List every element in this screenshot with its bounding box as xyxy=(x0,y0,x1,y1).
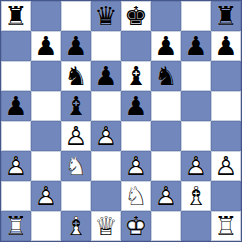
piece-outline: ♖ xyxy=(1,211,31,241)
white-pawn[interactable]: ♟♙ xyxy=(61,121,91,151)
piece-outline: ♗ xyxy=(181,181,211,211)
piece-outline: ♕ xyxy=(91,211,121,241)
white-knight[interactable]: ♞♘ xyxy=(121,181,151,211)
square-b1[interactable] xyxy=(31,211,61,241)
square-a3[interactable]: ♟♙ xyxy=(1,151,31,181)
piece-outline: ♙ xyxy=(61,121,91,151)
square-h3[interactable]: ♟♙ xyxy=(211,151,241,181)
piece-outline: ♙ xyxy=(181,151,211,181)
square-h8[interactable]: ♜ xyxy=(211,1,241,31)
square-f8[interactable] xyxy=(151,1,181,31)
square-b4[interactable] xyxy=(31,121,61,151)
white-knight[interactable]: ♞♘ xyxy=(61,151,91,181)
piece-outline: ♙ xyxy=(91,121,121,151)
square-f3[interactable] xyxy=(151,151,181,181)
piece-outline: ♙ xyxy=(31,181,61,211)
square-c1[interactable]: ♝♗ xyxy=(61,211,91,241)
square-h7[interactable]: ♟ xyxy=(211,31,241,61)
square-b7[interactable]: ♟ xyxy=(31,31,61,61)
square-c5[interactable]: ♝ xyxy=(61,91,91,121)
black-king[interactable]: ♚ xyxy=(121,1,151,31)
square-d2[interactable] xyxy=(91,181,121,211)
square-c4[interactable]: ♟♙ xyxy=(61,121,91,151)
square-d6[interactable]: ♟ xyxy=(91,61,121,91)
white-pawn[interactable]: ♟♙ xyxy=(31,181,61,211)
square-a2[interactable] xyxy=(1,181,31,211)
white-bishop[interactable]: ♝♗ xyxy=(181,181,211,211)
white-queen[interactable]: ♛♕ xyxy=(91,211,121,241)
black-bishop[interactable]: ♝ xyxy=(121,61,151,91)
black-pawn[interactable]: ♟ xyxy=(211,31,241,61)
square-h6[interactable] xyxy=(211,61,241,91)
square-c2[interactable] xyxy=(61,181,91,211)
square-e1[interactable]: ♚♔ xyxy=(121,211,151,241)
square-a6[interactable] xyxy=(1,61,31,91)
square-c8[interactable] xyxy=(61,1,91,31)
black-pawn[interactable]: ♟ xyxy=(1,91,31,121)
square-h5[interactable] xyxy=(211,91,241,121)
square-b8[interactable] xyxy=(31,1,61,31)
black-knight[interactable]: ♞ xyxy=(61,61,91,91)
black-pawn[interactable]: ♟ xyxy=(31,31,61,61)
square-e3[interactable]: ♟♙ xyxy=(121,151,151,181)
white-pawn[interactable]: ♟♙ xyxy=(181,151,211,181)
square-g8[interactable] xyxy=(181,1,211,31)
piece-outline: ♙ xyxy=(121,151,151,181)
square-e4[interactable] xyxy=(121,121,151,151)
square-c3[interactable]: ♞♘ xyxy=(61,151,91,181)
white-pawn[interactable]: ♟♙ xyxy=(211,151,241,181)
square-h2[interactable] xyxy=(211,181,241,211)
square-b6[interactable] xyxy=(31,61,61,91)
piece-outline: ♙ xyxy=(151,181,181,211)
white-rook[interactable]: ♜♖ xyxy=(211,211,241,241)
piece-outline: ♖ xyxy=(211,211,241,241)
piece-outline: ♔ xyxy=(121,211,151,241)
square-e5[interactable]: ♟ xyxy=(121,91,151,121)
square-d8[interactable]: ♛ xyxy=(91,1,121,31)
square-e2[interactable]: ♞♘ xyxy=(121,181,151,211)
white-king[interactable]: ♚♔ xyxy=(121,211,151,241)
piece-outline: ♙ xyxy=(1,151,31,181)
piece-outline: ♘ xyxy=(121,181,151,211)
white-bishop[interactable]: ♝♗ xyxy=(61,211,91,241)
square-a4[interactable] xyxy=(1,121,31,151)
square-d7[interactable] xyxy=(91,31,121,61)
piece-outline: ♙ xyxy=(211,151,241,181)
chess-board: ♜♛♚♜♟♟♟♟♟♞♟♝♞♟♝♟♟♙♟♙♟♙♞♘♟♙♟♙♟♙♟♙♞♘♟♙♝♗♜♖… xyxy=(0,0,242,242)
white-pawn[interactable]: ♟♙ xyxy=(91,121,121,151)
square-g6[interactable] xyxy=(181,61,211,91)
square-a7[interactable] xyxy=(1,31,31,61)
square-g7[interactable]: ♟ xyxy=(181,31,211,61)
square-g3[interactable]: ♟♙ xyxy=(181,151,211,181)
square-e6[interactable]: ♝ xyxy=(121,61,151,91)
square-g2[interactable]: ♝♗ xyxy=(181,181,211,211)
square-f4[interactable] xyxy=(151,121,181,151)
square-a1[interactable]: ♜♖ xyxy=(1,211,31,241)
square-h1[interactable]: ♜♖ xyxy=(211,211,241,241)
square-f1[interactable] xyxy=(151,211,181,241)
black-pawn[interactable]: ♟ xyxy=(151,31,181,61)
black-pawn[interactable]: ♟ xyxy=(181,31,211,61)
square-c7[interactable]: ♟ xyxy=(61,31,91,61)
black-bishop[interactable]: ♝ xyxy=(61,91,91,121)
square-g4[interactable] xyxy=(181,121,211,151)
square-a5[interactable]: ♟ xyxy=(1,91,31,121)
square-b5[interactable] xyxy=(31,91,61,121)
white-pawn[interactable]: ♟♙ xyxy=(1,151,31,181)
piece-outline: ♗ xyxy=(61,211,91,241)
black-queen[interactable]: ♛ xyxy=(91,1,121,31)
square-g1[interactable] xyxy=(181,211,211,241)
black-rook[interactable]: ♜ xyxy=(211,1,241,31)
square-e8[interactable]: ♚ xyxy=(121,1,151,31)
piece-outline: ♘ xyxy=(61,151,91,181)
square-b2[interactable]: ♟♙ xyxy=(31,181,61,211)
square-f5[interactable] xyxy=(151,91,181,121)
white-pawn[interactable]: ♟♙ xyxy=(151,181,181,211)
white-rook[interactable]: ♜♖ xyxy=(1,211,31,241)
square-d1[interactable]: ♛♕ xyxy=(91,211,121,241)
black-pawn[interactable]: ♟ xyxy=(121,91,151,121)
square-a8[interactable]: ♜ xyxy=(1,1,31,31)
square-f6[interactable]: ♞ xyxy=(151,61,181,91)
black-pawn[interactable]: ♟ xyxy=(61,31,91,61)
square-f7[interactable]: ♟ xyxy=(151,31,181,61)
square-g5[interactable] xyxy=(181,91,211,121)
square-b3[interactable] xyxy=(31,151,61,181)
square-d3[interactable] xyxy=(91,151,121,181)
square-f2[interactable]: ♟♙ xyxy=(151,181,181,211)
square-h4[interactable] xyxy=(211,121,241,151)
black-pawn[interactable]: ♟ xyxy=(91,61,121,91)
square-d5[interactable] xyxy=(91,91,121,121)
square-d4[interactable]: ♟♙ xyxy=(91,121,121,151)
white-pawn[interactable]: ♟♙ xyxy=(121,151,151,181)
square-e7[interactable] xyxy=(121,31,151,61)
black-knight[interactable]: ♞ xyxy=(151,61,181,91)
black-rook[interactable]: ♜ xyxy=(1,1,31,31)
square-c6[interactable]: ♞ xyxy=(61,61,91,91)
